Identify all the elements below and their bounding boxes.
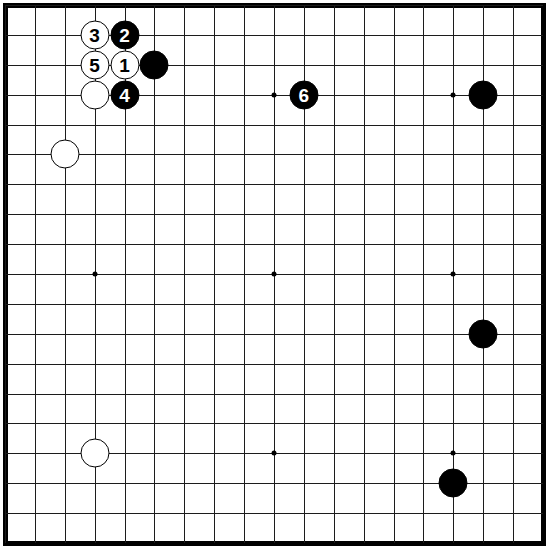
- grid-cell: [394, 95, 424, 125]
- grid-cell: [65, 304, 95, 334]
- grid-cell: [125, 154, 155, 184]
- grid-cell: [244, 394, 274, 424]
- grid-cell: [304, 154, 334, 184]
- grid-cell: [364, 453, 394, 483]
- grid-cell: [483, 35, 513, 65]
- grid-cell: [364, 65, 394, 95]
- grid-cell: [274, 304, 304, 334]
- grid-cell: [35, 364, 65, 394]
- grid-cell: [423, 95, 453, 125]
- grid-cell: [35, 423, 65, 453]
- grid-cell: [95, 513, 125, 543]
- grid-cell: [304, 214, 334, 244]
- grid-cell: [5, 65, 35, 95]
- grid-cell: [483, 125, 513, 155]
- grid-cell: [95, 304, 125, 334]
- grid-cell: [394, 453, 424, 483]
- grid-cell: [364, 364, 394, 394]
- grid-cell: [453, 184, 483, 214]
- grid-cell: [214, 453, 244, 483]
- grid-cell: [513, 125, 543, 155]
- grid-cell: [453, 154, 483, 184]
- grid-cell: [483, 453, 513, 483]
- grid-cell: [95, 274, 125, 304]
- grid-cell: [334, 35, 364, 65]
- grid-cell: [394, 513, 424, 543]
- grid-cell: [483, 513, 513, 543]
- grid-cell: [95, 364, 125, 394]
- grid-cell: [334, 95, 364, 125]
- grid-cell: [513, 5, 543, 35]
- grid-cell: [364, 214, 394, 244]
- grid-cell: [5, 5, 35, 35]
- grid-cell: [154, 304, 184, 334]
- grid-cell: [274, 214, 304, 244]
- grid-cell: [125, 364, 155, 394]
- grid-cell: [65, 184, 95, 214]
- stone-black-move-2: 2: [110, 20, 139, 49]
- grid-cell: [423, 364, 453, 394]
- grid-cell: [274, 274, 304, 304]
- grid-cell: [214, 95, 244, 125]
- grid-cell: [274, 394, 304, 424]
- grid-cell: [65, 483, 95, 513]
- grid-cell: [453, 214, 483, 244]
- grid-cell: [95, 125, 125, 155]
- grid-cell: [423, 154, 453, 184]
- grid-cell: [184, 65, 214, 95]
- grid-cell: [334, 184, 364, 214]
- grid-cell: [154, 274, 184, 304]
- grid-cell: [364, 95, 394, 125]
- grid-cell: [513, 394, 543, 424]
- grid-cell: [35, 184, 65, 214]
- stone-black-move-6: 6: [289, 80, 318, 109]
- grid-cell: [184, 423, 214, 453]
- grid-cell: [125, 274, 155, 304]
- grid-cell: [483, 423, 513, 453]
- grid-cell: [244, 214, 274, 244]
- grid-cell: [513, 184, 543, 214]
- grid-cell: [334, 125, 364, 155]
- grid-cell: [95, 334, 125, 364]
- grid-cell: [274, 483, 304, 513]
- star-point: [272, 451, 277, 456]
- grid-cell: [214, 244, 244, 274]
- grid-cell: [364, 184, 394, 214]
- grid-cell: [244, 184, 274, 214]
- stone-black: [140, 50, 169, 79]
- grid-cell: [394, 483, 424, 513]
- grid-cell: [95, 184, 125, 214]
- grid-cell: [35, 334, 65, 364]
- stone-white-move-3: 3: [80, 20, 109, 49]
- grid-cell: [364, 304, 394, 334]
- grid-cell: [274, 453, 304, 483]
- grid-cell: [184, 5, 214, 35]
- grid-cell: [244, 334, 274, 364]
- grid-cell: [95, 214, 125, 244]
- grid-cell: [453, 364, 483, 394]
- grid-cell: [35, 214, 65, 244]
- grid-cell: [244, 513, 274, 543]
- grid-cell: [65, 394, 95, 424]
- grid-cell: [334, 274, 364, 304]
- star-point: [272, 272, 277, 277]
- grid-cell: [184, 125, 214, 155]
- grid-cell: [364, 334, 394, 364]
- grid-cell: [453, 423, 483, 453]
- grid-cell: [125, 513, 155, 543]
- grid-cell: [214, 513, 244, 543]
- grid-cell: [154, 483, 184, 513]
- grid-cell: [394, 65, 424, 95]
- grid-cell: [154, 95, 184, 125]
- grid-cell: [483, 364, 513, 394]
- grid-cell: [184, 513, 214, 543]
- grid-cell: [184, 304, 214, 334]
- grid-cell: [35, 5, 65, 35]
- grid-cell: [334, 513, 364, 543]
- grid-cell: [394, 184, 424, 214]
- grid-cell: [483, 244, 513, 274]
- grid-cell: [5, 274, 35, 304]
- grid-cell: [5, 154, 35, 184]
- grid-cell: [334, 364, 364, 394]
- grid-cell: [5, 364, 35, 394]
- grid-cell: [184, 244, 214, 274]
- grid-cell: [125, 334, 155, 364]
- grid-cell: [125, 184, 155, 214]
- grid-cell: [154, 244, 184, 274]
- grid-cell: [483, 394, 513, 424]
- grid-cell: [125, 214, 155, 244]
- grid-cell: [334, 154, 364, 184]
- grid-cell: [244, 483, 274, 513]
- grid-cell: [334, 65, 364, 95]
- grid-cell: [274, 154, 304, 184]
- grid-cell: [394, 35, 424, 65]
- grid-cell: [364, 423, 394, 453]
- stone-black-move-4: 4: [110, 80, 139, 109]
- grid-cell: [423, 394, 453, 424]
- grid-cell: [304, 184, 334, 214]
- grid-cell: [394, 274, 424, 304]
- grid-cell: [483, 274, 513, 304]
- grid-cell: [214, 394, 244, 424]
- grid-cell: [304, 304, 334, 334]
- grid-cell: [513, 154, 543, 184]
- grid-cell: [394, 334, 424, 364]
- grid-cell: [154, 364, 184, 394]
- star-point: [451, 92, 456, 97]
- grid-cell: [184, 364, 214, 394]
- stone-white: [80, 80, 109, 109]
- grid-cell: [513, 274, 543, 304]
- grid-cell: [184, 35, 214, 65]
- grid-cell: [5, 423, 35, 453]
- grid-cell: [453, 35, 483, 65]
- grid-cell: [5, 35, 35, 65]
- grid-cell: [513, 423, 543, 453]
- grid-cell: [513, 334, 543, 364]
- grid-cell: [334, 214, 364, 244]
- grid-cell: [334, 453, 364, 483]
- grid-cell: [154, 184, 184, 214]
- grid-cell: [513, 364, 543, 394]
- grid-cell: [5, 244, 35, 274]
- grid-cell: [274, 35, 304, 65]
- grid-cell: [394, 5, 424, 35]
- grid-cell: [453, 244, 483, 274]
- grid-cell: [394, 214, 424, 244]
- grid-cell: [244, 154, 274, 184]
- grid-cell: [5, 483, 35, 513]
- grid-cell: [364, 125, 394, 155]
- grid-cell: [513, 65, 543, 95]
- grid-cell: [214, 5, 244, 35]
- grid-cell: [184, 274, 214, 304]
- grid-cell: [304, 364, 334, 394]
- grid-cell: [184, 95, 214, 125]
- grid-cell: [214, 274, 244, 304]
- grid-cell: [214, 125, 244, 155]
- grid-cell: [394, 394, 424, 424]
- grid-cell: [364, 154, 394, 184]
- grid-cell: [154, 214, 184, 244]
- grid-cell: [184, 453, 214, 483]
- grid-cell: [154, 154, 184, 184]
- grid-cell: [364, 274, 394, 304]
- grid-cell: [214, 65, 244, 95]
- grid-cell: [334, 244, 364, 274]
- grid-cell: [304, 483, 334, 513]
- grid-cell: [244, 95, 274, 125]
- grid-cell: [513, 483, 543, 513]
- grid-cell: [364, 244, 394, 274]
- grid-cell: [35, 304, 65, 334]
- grid-cell: [184, 334, 214, 364]
- grid-cell: [274, 125, 304, 155]
- grid-cell: [334, 334, 364, 364]
- grid-cell: [274, 5, 304, 35]
- grid-cell: [95, 244, 125, 274]
- grid-cell: [423, 244, 453, 274]
- grid-cell: [274, 334, 304, 364]
- grid-cell: [453, 5, 483, 35]
- grid-cell: [423, 5, 453, 35]
- grid-cell: [214, 35, 244, 65]
- grid-cell: [184, 214, 214, 244]
- grid-cell: [5, 214, 35, 244]
- grid-cell: [483, 184, 513, 214]
- grid-cell: [244, 274, 274, 304]
- grid-cell: [154, 334, 184, 364]
- grid-cell: [125, 125, 155, 155]
- grid-cell: [35, 244, 65, 274]
- grid-cell: [214, 483, 244, 513]
- grid-cell: [334, 394, 364, 424]
- grid-cell: [35, 513, 65, 543]
- grid-cell: [65, 274, 95, 304]
- star-point: [272, 92, 277, 97]
- grid-cell: [184, 154, 214, 184]
- grid-cell: [154, 453, 184, 483]
- grid-cell: [125, 304, 155, 334]
- grid-cell: [154, 5, 184, 35]
- grid-cell: [244, 125, 274, 155]
- grid-cell: [35, 274, 65, 304]
- grid-cell: [214, 423, 244, 453]
- grid-cell: [423, 513, 453, 543]
- star-point: [451, 272, 456, 277]
- grid-cell: [65, 513, 95, 543]
- grid-cell: [483, 154, 513, 184]
- grid-cell: [364, 35, 394, 65]
- grid-cell: [35, 483, 65, 513]
- grid-cell: [35, 95, 65, 125]
- grid-cell: [483, 214, 513, 244]
- grid-cell: [304, 453, 334, 483]
- grid-cell: [214, 334, 244, 364]
- grid-cell: [394, 244, 424, 274]
- grid-cell: [423, 35, 453, 65]
- grid-cell: [35, 453, 65, 483]
- stone-white-move-5: 5: [80, 50, 109, 79]
- grid-cell: [304, 125, 334, 155]
- grid-cell: [513, 95, 543, 125]
- grid-cell: [184, 394, 214, 424]
- grid-cell: [244, 423, 274, 453]
- grid-cell: [394, 364, 424, 394]
- grid-cell: [304, 244, 334, 274]
- grid-cell: [214, 364, 244, 394]
- grid-cell: [5, 184, 35, 214]
- grid-cell: [394, 125, 424, 155]
- grid-cell: [423, 334, 453, 364]
- grid-cell: [95, 483, 125, 513]
- grid-cell: [5, 95, 35, 125]
- grid-cell: [244, 453, 274, 483]
- grid-cell: [304, 394, 334, 424]
- grid-cell: [65, 214, 95, 244]
- grid-cell: [125, 483, 155, 513]
- grid-cell: [35, 394, 65, 424]
- grid-cell: [304, 274, 334, 304]
- grid-cell: [154, 125, 184, 155]
- grid-cell: [184, 483, 214, 513]
- grid-cell: [65, 244, 95, 274]
- grid-cell: [274, 364, 304, 394]
- grid-cell: [423, 304, 453, 334]
- grid-cell: [274, 244, 304, 274]
- grid-cell: [304, 423, 334, 453]
- grid-cell: [214, 304, 244, 334]
- grid-cell: [513, 453, 543, 483]
- grid-cell: [244, 304, 274, 334]
- grid-cell: [334, 304, 364, 334]
- star-point: [92, 272, 97, 277]
- grid-cell: [394, 154, 424, 184]
- grid-cell: [214, 214, 244, 244]
- grid-cell: [453, 394, 483, 424]
- stone-black: [439, 469, 468, 498]
- grid-cell: [483, 5, 513, 35]
- grid-cell: [453, 274, 483, 304]
- grid-cell: [5, 334, 35, 364]
- grid-cell: [423, 65, 453, 95]
- star-point: [451, 451, 456, 456]
- grid-cell: [304, 35, 334, 65]
- grid-cell: [364, 513, 394, 543]
- grid-cell: [513, 35, 543, 65]
- go-board-diagram: 325146: [0, 0, 550, 550]
- grid-cell: [513, 304, 543, 334]
- grid-cell: [65, 334, 95, 364]
- grid-cell: [244, 5, 274, 35]
- grid-cell: [5, 513, 35, 543]
- grid-cell: [244, 35, 274, 65]
- grid-cell: [125, 453, 155, 483]
- grid-cell: [5, 394, 35, 424]
- grid-cell: [154, 394, 184, 424]
- grid-cell: [274, 513, 304, 543]
- grid-cell: [394, 304, 424, 334]
- grid-cell: [423, 125, 453, 155]
- grid-cell: [334, 423, 364, 453]
- stone-white-move-1: 1: [110, 50, 139, 79]
- grid-cell: [483, 483, 513, 513]
- grid-cell: [5, 125, 35, 155]
- grid-cell: [453, 513, 483, 543]
- grid-cell: [95, 394, 125, 424]
- grid-cell: [5, 453, 35, 483]
- grid-cell: [65, 364, 95, 394]
- grid-cell: [394, 423, 424, 453]
- grid-cell: [423, 184, 453, 214]
- grid-cell: [184, 184, 214, 214]
- grid-cell: [304, 5, 334, 35]
- grid-cell: [364, 483, 394, 513]
- grid-cell: [334, 5, 364, 35]
- grid-cell: [423, 274, 453, 304]
- grid-cell: [154, 423, 184, 453]
- grid-cell: [513, 214, 543, 244]
- grid-cell: [364, 5, 394, 35]
- grid-cell: [125, 394, 155, 424]
- stone-black: [469, 80, 498, 109]
- grid-cell: [304, 513, 334, 543]
- grid-cell: [334, 483, 364, 513]
- grid-cell: [35, 35, 65, 65]
- grid-cell: [423, 214, 453, 244]
- grid-cell: [513, 244, 543, 274]
- grid-cell: [35, 65, 65, 95]
- grid-cell: [513, 513, 543, 543]
- grid-cell: [364, 394, 394, 424]
- stone-black: [469, 319, 498, 348]
- grid-cell: [244, 364, 274, 394]
- grid-cell: [453, 125, 483, 155]
- grid-cell: [214, 184, 244, 214]
- stone-white: [50, 140, 79, 169]
- grid-cell: [5, 304, 35, 334]
- grid-cell: [95, 154, 125, 184]
- grid-cell: [244, 244, 274, 274]
- grid-cell: [423, 423, 453, 453]
- grid-cell: [125, 423, 155, 453]
- grid-cell: [304, 334, 334, 364]
